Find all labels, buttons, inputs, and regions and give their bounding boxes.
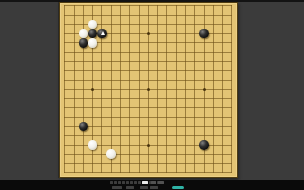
nav-button[interactable] (110, 181, 113, 184)
move-total-label (158, 181, 164, 184)
white-stone[interactable] (88, 140, 98, 150)
last-move-marker (101, 31, 105, 35)
black-stone[interactable] (79, 122, 89, 132)
nav-button[interactable] (130, 181, 133, 184)
black-stone[interactable] (88, 29, 98, 39)
grid-line-vertical (222, 5, 223, 173)
star-point (147, 88, 150, 91)
white-stone[interactable] (88, 38, 98, 48)
grid-line-horizontal (64, 98, 232, 99)
black-stone[interactable] (79, 38, 89, 48)
bottom-toolbar (0, 180, 304, 190)
black-stone[interactable] (199, 29, 209, 39)
grid-line-vertical (185, 5, 186, 173)
grid-line-vertical (213, 5, 214, 173)
star-point (147, 144, 150, 147)
toolbar-chip[interactable] (126, 186, 134, 189)
nav-button[interactable] (114, 181, 117, 184)
nav-button[interactable] (134, 181, 137, 184)
toolbar-chip[interactable] (150, 186, 158, 189)
go-board[interactable] (59, 2, 238, 178)
grid-line-horizontal (64, 154, 232, 155)
toolbar-chip[interactable] (112, 186, 122, 189)
grid-line-horizontal (64, 107, 232, 108)
nav-button[interactable] (118, 181, 121, 184)
white-stone[interactable] (79, 29, 89, 39)
confirm-button[interactable] (172, 186, 184, 190)
move-counter-label (151, 181, 156, 184)
black-stone[interactable] (199, 140, 209, 150)
nav-button[interactable] (138, 181, 141, 184)
toolbar-chip[interactable] (140, 186, 148, 189)
grid-line-vertical (231, 5, 232, 173)
grid-line-vertical (157, 5, 158, 173)
grid-line-horizontal (64, 126, 232, 127)
white-stone[interactable] (88, 20, 98, 30)
grid-line-horizontal (64, 163, 232, 164)
star-point (203, 88, 206, 91)
nav-button[interactable] (126, 181, 129, 184)
star-point (147, 32, 150, 35)
grid-line-horizontal (64, 172, 232, 173)
nav-button[interactable] (122, 181, 125, 184)
grid-line-vertical (166, 5, 167, 173)
grid-line-horizontal (64, 117, 232, 118)
white-stone[interactable] (106, 149, 116, 159)
grid-line-vertical (194, 5, 195, 173)
go-app-window (0, 0, 304, 190)
active-nav-button[interactable] (142, 181, 148, 184)
grid-line-horizontal (64, 135, 232, 136)
grid-line-vertical (176, 5, 177, 173)
star-point (91, 88, 94, 91)
